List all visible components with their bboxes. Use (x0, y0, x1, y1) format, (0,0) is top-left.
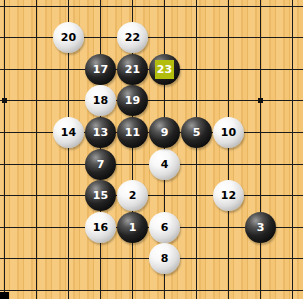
stone-16-white: 16 (85, 212, 116, 243)
stone-number: 10 (221, 127, 236, 138)
stone-number: 11 (125, 127, 140, 138)
star-point (2, 98, 7, 103)
stone-15-black: 15 (85, 180, 116, 211)
stone-12-white: 12 (213, 180, 244, 211)
go-board[interactable]: 1234567891011121314151617181920212223 (0, 0, 303, 299)
stone-7-black: 7 (85, 149, 116, 180)
stone-number: 20 (61, 32, 76, 43)
stone-number: 7 (97, 159, 105, 170)
stone-3-black: 3 (245, 212, 276, 243)
stone-11-black: 11 (117, 117, 148, 148)
stone-13-black: 13 (85, 117, 116, 148)
stone-number: 1 (129, 222, 137, 233)
stone-number: 2 (129, 190, 137, 201)
stone-number: 17 (93, 64, 108, 75)
grid-line-vertical (292, 0, 293, 299)
stone-number: 23 (157, 64, 172, 75)
grid-line-vertical (196, 0, 197, 299)
grid-line-horizontal (0, 37, 303, 38)
stone-6-white: 6 (149, 212, 180, 243)
stone-21-black: 21 (117, 54, 148, 85)
stone-number: 9 (161, 127, 169, 138)
stone-9-black: 9 (149, 117, 180, 148)
stone-10-white: 10 (213, 117, 244, 148)
grid-line-vertical (260, 0, 261, 299)
stone-number: 12 (221, 190, 236, 201)
grid-line-vertical (228, 0, 229, 299)
corner-crop-mark (0, 292, 9, 299)
stone-8-white: 8 (149, 243, 180, 274)
stone-number: 5 (193, 127, 201, 138)
grid-line-horizontal (0, 290, 303, 291)
grid-line-vertical (4, 0, 5, 299)
stone-number: 22 (125, 32, 140, 43)
stone-number: 8 (161, 253, 169, 264)
grid-line-horizontal (0, 6, 303, 7)
stone-number: 15 (93, 190, 108, 201)
stone-18-white: 18 (85, 85, 116, 116)
kifu-screenshot: 1234567891011121314151617181920212223 (0, 0, 303, 299)
stone-20-white: 20 (53, 22, 84, 53)
stone-number: 16 (93, 222, 108, 233)
stone-2-white: 2 (117, 180, 148, 211)
grid-line-horizontal (0, 195, 303, 196)
stone-number: 3 (257, 222, 265, 233)
stone-22-white: 22 (117, 22, 148, 53)
stone-number: 6 (161, 222, 169, 233)
stone-1-black: 1 (117, 212, 148, 243)
stone-19-black: 19 (117, 85, 148, 116)
grid-line-vertical (36, 0, 37, 299)
star-point (258, 98, 263, 103)
stone-number: 18 (93, 95, 108, 106)
stone-4-white: 4 (149, 149, 180, 180)
stone-number: 13 (93, 127, 108, 138)
stone-23-black: 23 (149, 54, 180, 85)
stone-5-black: 5 (181, 117, 212, 148)
stone-number: 4 (161, 159, 169, 170)
stone-number: 21 (125, 64, 140, 75)
stone-14-white: 14 (53, 117, 84, 148)
stone-number: 19 (125, 95, 140, 106)
stone-17-black: 17 (85, 54, 116, 85)
stone-number: 14 (61, 127, 76, 138)
